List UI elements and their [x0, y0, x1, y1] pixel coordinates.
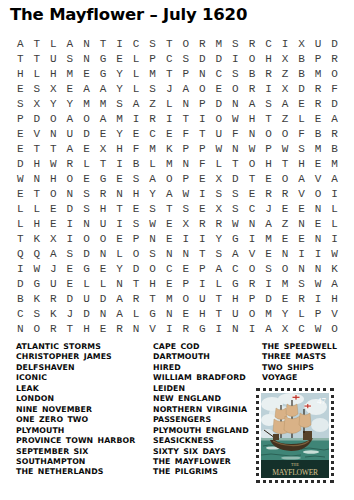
- grid-cell: E: [12, 126, 29, 141]
- grid-cell: O: [128, 247, 145, 262]
- grid-cell: E: [293, 232, 310, 247]
- grid-cell: T: [128, 277, 145, 292]
- grid-cell: T: [95, 156, 112, 171]
- grid-cell: X: [45, 81, 62, 96]
- grid-cell: C: [12, 307, 29, 322]
- word-list-item: PASSENGERS: [153, 415, 249, 425]
- grid-cell: S: [128, 217, 145, 232]
- grid-cell: V: [144, 322, 161, 337]
- grid-cell: M: [144, 66, 161, 81]
- grid-cell: N: [194, 66, 211, 81]
- grid-cell: A: [12, 36, 29, 51]
- grid-cell: W: [29, 262, 46, 277]
- grid-cell: Z: [277, 66, 294, 81]
- grid-cell: D: [78, 247, 95, 262]
- grid-cell: S: [144, 202, 161, 217]
- grid-cell: B: [310, 126, 327, 141]
- grid-cell: B: [293, 66, 310, 81]
- word-list-item: DARTMOUTH: [153, 352, 249, 362]
- grid-cell: H: [29, 156, 46, 171]
- grid-cell: L: [78, 277, 95, 292]
- grid-cell: A: [111, 307, 128, 322]
- grid-cell: U: [62, 126, 79, 141]
- grid-cell: H: [12, 66, 29, 81]
- grid-cell: H: [194, 307, 211, 322]
- word-list-item: ONE ZERO TWO: [16, 415, 135, 425]
- grid-cell: R: [194, 36, 211, 51]
- stamp-caption-mayflower: MAYFLOWER: [272, 468, 319, 477]
- grid-cell: N: [128, 322, 145, 337]
- word-list-item: THE PILGRIMS: [153, 467, 249, 477]
- word-list-item: THE NETHERLANDS: [16, 467, 135, 477]
- grid-cell: Z: [277, 217, 294, 232]
- grid-cell: L: [161, 96, 178, 111]
- grid-cell: I: [161, 322, 178, 337]
- grid-cell: I: [128, 111, 145, 126]
- grid-cell: O: [62, 171, 79, 186]
- word-list-item: DELFSHAVEN: [16, 363, 135, 373]
- word-list-item: SEPTEMBER SIX: [16, 447, 135, 457]
- word-list-item: CHRISTOPHER JAMES: [16, 352, 135, 362]
- grid-cell: B: [293, 51, 310, 66]
- grid-cell: E: [128, 126, 145, 141]
- grid-cell: U: [95, 217, 112, 232]
- grid-cell: M: [78, 96, 95, 111]
- grid-cell: T: [12, 232, 29, 247]
- grid-cell: C: [128, 36, 145, 51]
- grid-cell: B: [12, 292, 29, 307]
- grid-cell: L: [95, 277, 112, 292]
- grid-cell: K: [29, 292, 46, 307]
- grid-cell: I: [310, 247, 327, 262]
- grid-cell: M: [310, 66, 327, 81]
- grid-cell: P: [177, 277, 194, 292]
- grid-cell: E: [62, 262, 79, 277]
- grid-cell: H: [111, 141, 128, 156]
- grid-cell: H: [78, 322, 95, 337]
- grid-cell: Y: [211, 232, 228, 247]
- grid-cell: T: [29, 36, 46, 51]
- grid-cell: W: [177, 186, 194, 201]
- grid-cell: I: [227, 51, 244, 66]
- grid-cell: D: [293, 81, 310, 96]
- grid-cell: G: [95, 51, 112, 66]
- grid-cell: G: [227, 232, 244, 247]
- grid-cell: K: [45, 307, 62, 322]
- grid-cell: Q: [29, 247, 46, 262]
- grid-cell: H: [45, 171, 62, 186]
- grid-cell: T: [194, 247, 211, 262]
- grid-cell: I: [194, 232, 211, 247]
- word-list-item: SEASICKNESS: [153, 436, 249, 446]
- grid-cell: N: [78, 51, 95, 66]
- word-list-item: TWO SHIPS: [262, 363, 337, 373]
- grid-cell: G: [194, 322, 211, 337]
- grid-cell: I: [244, 322, 261, 337]
- grid-cell: C: [161, 51, 178, 66]
- grid-cell: E: [78, 141, 95, 156]
- grid-cell: R: [277, 186, 294, 201]
- grid-cell: R: [45, 322, 62, 337]
- grid-cell: O: [95, 232, 112, 247]
- grid-cell: I: [111, 156, 128, 171]
- word-search-grid: ATLANTICSTORMSRCIXUDTTUSNGELPCSDDIOHXBPR…: [12, 36, 343, 337]
- grid-cell: O: [277, 126, 294, 141]
- grid-cell: R: [326, 126, 343, 141]
- grid-cell: V: [29, 126, 46, 141]
- grid-cell: M: [277, 277, 294, 292]
- grid-cell: E: [293, 96, 310, 111]
- grid-cell: T: [211, 292, 228, 307]
- grid-cell: R: [95, 186, 112, 201]
- bow-castle: [273, 434, 279, 440]
- grid-cell: W: [211, 141, 228, 156]
- grid-cell: N: [45, 126, 62, 141]
- grid-cell: O: [244, 156, 261, 171]
- grid-cell: H: [260, 156, 277, 171]
- grid-cell: C: [244, 202, 261, 217]
- grid-cell: A: [260, 217, 277, 232]
- grid-cell: U: [45, 51, 62, 66]
- grid-cell: D: [95, 292, 112, 307]
- grid-cell: N: [12, 322, 29, 337]
- grid-cell: O: [45, 186, 62, 201]
- grid-cell: N: [111, 277, 128, 292]
- grid-cell: N: [244, 126, 261, 141]
- grid-cell: E: [161, 277, 178, 292]
- grid-cell: S: [227, 36, 244, 51]
- grid-cell: P: [194, 141, 211, 156]
- grid-cell: D: [12, 277, 29, 292]
- grid-cell: E: [194, 171, 211, 186]
- grid-cell: S: [177, 51, 194, 66]
- grid-cell: T: [161, 202, 178, 217]
- grid-cell: W: [45, 156, 62, 171]
- grid-cell: E: [194, 202, 211, 217]
- grid-cell: L: [111, 247, 128, 262]
- grid-cell: B: [128, 156, 145, 171]
- grid-cell: N: [310, 202, 327, 217]
- grid-cell: N: [310, 232, 327, 247]
- grid-cell: T: [95, 36, 112, 51]
- grid-cell: S: [62, 51, 79, 66]
- grid-cell: N: [161, 307, 178, 322]
- grid-cell: I: [244, 232, 261, 247]
- grid-cell: N: [78, 217, 95, 232]
- flag-main: [293, 395, 300, 400]
- grid-cell: E: [128, 202, 145, 217]
- grid-cell: Y: [111, 81, 128, 96]
- grid-cell: D: [62, 292, 79, 307]
- grid-cell: L: [128, 307, 145, 322]
- grid-cell: O: [310, 186, 327, 201]
- ship-illustration: THE MAYFLOWER 47: [261, 393, 329, 478]
- grid-cell: I: [211, 322, 228, 337]
- grid-cell: J: [62, 307, 79, 322]
- grid-cell: D: [260, 292, 277, 307]
- grid-cell: I: [194, 277, 211, 292]
- grid-cell: E: [277, 202, 294, 217]
- grid-cell: L: [128, 66, 145, 81]
- grid-cell: S: [260, 262, 277, 277]
- grid-cell: D: [194, 51, 211, 66]
- grid-cell: R: [177, 322, 194, 337]
- grid-cell: S: [144, 247, 161, 262]
- grid-cell: R: [293, 292, 310, 307]
- grid-cell: S: [227, 66, 244, 81]
- word-list-item: LEIDEN: [153, 384, 249, 394]
- grid-cell: W: [227, 111, 244, 126]
- flag-mizzen: [305, 404, 311, 408]
- grid-cell: M: [161, 156, 178, 171]
- grid-cell: T: [144, 292, 161, 307]
- grid-cell: M: [260, 232, 277, 247]
- grid-cell: S: [111, 96, 128, 111]
- grid-cell: T: [29, 51, 46, 66]
- grid-cell: O: [244, 51, 261, 66]
- grid-cell: U: [211, 126, 228, 141]
- grid-cell: V: [310, 171, 327, 186]
- grid-cell: R: [260, 66, 277, 81]
- grid-cell: T: [227, 156, 244, 171]
- grid-cell: P: [244, 292, 261, 307]
- grid-cell: Q: [12, 247, 29, 262]
- grid-cell: R: [111, 322, 128, 337]
- grid-cell: T: [62, 322, 79, 337]
- grid-cell: A: [95, 111, 112, 126]
- grid-cell: N: [78, 36, 95, 51]
- grid-cell: C: [227, 262, 244, 277]
- grid-cell: O: [29, 322, 46, 337]
- grid-cell: L: [326, 202, 343, 217]
- grid-cell: L: [12, 217, 29, 232]
- grid-cell: D: [128, 262, 145, 277]
- grid-cell: G: [29, 277, 46, 292]
- grid-cell: A: [326, 277, 343, 292]
- grid-cell: W: [326, 247, 343, 262]
- grid-cell: T: [277, 156, 294, 171]
- grid-cell: E: [12, 141, 29, 156]
- grid-cell: C: [161, 262, 178, 277]
- grid-cell: T: [29, 186, 46, 201]
- grid-cell: G: [144, 307, 161, 322]
- grid-cell: M: [260, 307, 277, 322]
- grid-cell: P: [144, 51, 161, 66]
- grid-cell: R: [128, 292, 145, 307]
- word-list-item: THREE MASTS: [262, 352, 337, 362]
- grid-cell: J: [161, 81, 178, 96]
- grid-cell: L: [29, 202, 46, 217]
- grid-cell: Y: [45, 96, 62, 111]
- grid-cell: S: [293, 141, 310, 156]
- grid-cell: I: [293, 247, 310, 262]
- grid-cell: H: [95, 202, 112, 217]
- grid-cell: N: [95, 307, 112, 322]
- grid-cell: O: [277, 171, 294, 186]
- grid-cell: N: [144, 232, 161, 247]
- grid-cell: O: [326, 66, 343, 81]
- grid-cell: O: [326, 322, 343, 337]
- grid-cell: L: [293, 111, 310, 126]
- grid-cell: N: [177, 247, 194, 262]
- grid-cell: Y: [111, 126, 128, 141]
- grid-cell: V: [244, 247, 261, 262]
- grid-cell: R: [144, 111, 161, 126]
- grid-cell: A: [144, 171, 161, 186]
- grid-cell: O: [260, 126, 277, 141]
- grid-cell: W: [244, 141, 261, 156]
- grid-cell: N: [111, 186, 128, 201]
- grid-cell: W: [277, 141, 294, 156]
- word-list-item: ATLANTIC STORMS: [16, 342, 135, 352]
- grid-cell: R: [62, 156, 79, 171]
- grid-cell: T: [161, 66, 178, 81]
- grid-cell: O: [227, 81, 244, 96]
- grid-cell: M: [62, 66, 79, 81]
- word-list-item: ICONIC: [16, 373, 135, 383]
- grid-cell: N: [277, 247, 294, 262]
- grid-cell: O: [78, 232, 95, 247]
- grid-cell: E: [95, 262, 112, 277]
- grid-cell: L: [293, 307, 310, 322]
- grid-cell: H: [260, 51, 277, 66]
- grid-cell: I: [260, 81, 277, 96]
- grid-cell: M: [111, 111, 128, 126]
- word-list-item: CAPE COD: [153, 342, 249, 352]
- mayflower-stamp: THE MAYFLOWER 47: [256, 388, 334, 483]
- grid-cell: R: [244, 81, 261, 96]
- grid-cell: M: [211, 36, 228, 51]
- grid-cell: M: [310, 141, 327, 156]
- grid-cell: O: [177, 292, 194, 307]
- grid-cell: F: [293, 126, 310, 141]
- grid-cell: Y: [62, 96, 79, 111]
- grid-cell: M: [161, 292, 178, 307]
- grid-cell: Y: [277, 307, 294, 322]
- grid-cell: J: [45, 262, 62, 277]
- grid-cell: A: [326, 111, 343, 126]
- grid-cell: P: [310, 307, 327, 322]
- word-list-item: WILLIAM BRADFORD: [153, 373, 249, 383]
- word-list-item: PLYMOUTH: [16, 426, 135, 436]
- grid-cell: E: [161, 126, 178, 141]
- grid-cell: I: [260, 277, 277, 292]
- grid-cell: L: [128, 81, 145, 96]
- grid-cell: A: [78, 81, 95, 96]
- grid-cell: T: [29, 141, 46, 156]
- grid-cell: C: [211, 66, 228, 81]
- grid-cell: S: [211, 247, 228, 262]
- grid-cell: R: [211, 217, 228, 232]
- grid-cell: Y: [144, 186, 161, 201]
- word-list-item: LEAK: [16, 384, 135, 394]
- grid-cell: L: [144, 156, 161, 171]
- grid-cell: S: [29, 81, 46, 96]
- word-list-item: LONDON: [16, 394, 135, 404]
- grid-cell: W: [144, 217, 161, 232]
- grid-cell: E: [260, 247, 277, 262]
- grid-cell: S: [12, 96, 29, 111]
- grid-cell: O: [211, 111, 228, 126]
- grid-cell: I: [310, 292, 327, 307]
- grid-cell: G: [78, 262, 95, 277]
- grid-cell: H: [293, 156, 310, 171]
- grid-cell: O: [45, 111, 62, 126]
- grid-cell: N: [227, 141, 244, 156]
- word-list-column-1: ATLANTIC STORMSCHRISTOPHER JAMESDELFSHAV…: [16, 342, 135, 478]
- grid-cell: N: [293, 262, 310, 277]
- word-list-column-3: THE SPEEDWELLTHREE MASTSTWO SHIPSVOYAGE: [262, 342, 337, 384]
- grid-cell: A: [161, 186, 178, 201]
- grid-cell: L: [128, 51, 145, 66]
- grid-cell: X: [45, 232, 62, 247]
- word-list-item: THE MAYFLOWER: [153, 457, 249, 467]
- grid-cell: P: [310, 51, 327, 66]
- grid-cell: D: [78, 307, 95, 322]
- grid-cell: A: [45, 247, 62, 262]
- grid-cell: H: [128, 186, 145, 201]
- grid-cell: E: [111, 232, 128, 247]
- grid-cell: U: [194, 292, 211, 307]
- grid-cell: A: [111, 292, 128, 307]
- grid-cell: S: [144, 36, 161, 51]
- grid-cell: A: [62, 36, 79, 51]
- grid-cell: T: [161, 36, 178, 51]
- grid-cell: N: [177, 156, 194, 171]
- grid-cell: X: [293, 36, 310, 51]
- grid-cell: X: [277, 81, 294, 96]
- grid-cell: V: [326, 307, 343, 322]
- grid-cell: A: [211, 262, 228, 277]
- grid-cell: N: [293, 217, 310, 232]
- word-list-item: PLYMOUTH ENGLAND: [153, 426, 249, 436]
- grid-cell: K: [29, 232, 46, 247]
- grid-cell: K: [326, 262, 343, 277]
- grid-cell: S: [128, 171, 145, 186]
- grid-cell: W: [310, 277, 327, 292]
- grid-cell: L: [29, 66, 46, 81]
- grid-cell: S: [29, 307, 46, 322]
- grid-cell: D: [211, 51, 228, 66]
- grid-cell: A: [227, 247, 244, 262]
- grid-cell: S: [260, 96, 277, 111]
- page-title: The Mayflower – July 1620: [10, 5, 247, 24]
- grid-cell: D: [211, 96, 228, 111]
- grid-cell: C: [260, 36, 277, 51]
- grid-cell: E: [78, 66, 95, 81]
- grid-cell: F: [177, 126, 194, 141]
- grid-cell: A: [62, 111, 79, 126]
- grid-cell: X: [177, 217, 194, 232]
- grid-cell: I: [62, 217, 79, 232]
- grid-cell: S: [293, 277, 310, 292]
- grid-cell: I: [194, 186, 211, 201]
- grid-cell: D: [227, 171, 244, 186]
- grid-cell: E: [111, 171, 128, 186]
- word-list-item: THE SPEEDWELL: [262, 342, 337, 352]
- word-list-item: HIRED: [153, 363, 249, 373]
- grid-cell: P: [194, 262, 211, 277]
- stamp-value: 47: [317, 396, 327, 406]
- grid-cell: G: [95, 66, 112, 81]
- grid-cell: L: [326, 217, 343, 232]
- grid-cell: C: [293, 322, 310, 337]
- grid-cell: U: [45, 277, 62, 292]
- word-list-item: NINE NOVEMBER: [16, 405, 135, 415]
- grid-cell: E: [161, 217, 178, 232]
- grid-cell: T: [111, 202, 128, 217]
- grid-cell: X: [29, 96, 46, 111]
